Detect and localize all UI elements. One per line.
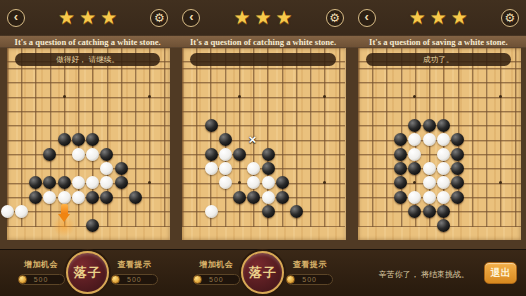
white-stone: [205, 205, 218, 218]
white-stone: [423, 133, 436, 146]
board-region: 成功了。: [351, 48, 526, 249]
black-stone: [262, 162, 275, 175]
add-chances-button[interactable]: 500: [18, 274, 65, 285]
black-stone: [129, 191, 142, 204]
black-stone: [423, 205, 436, 218]
white-stone: [86, 148, 99, 161]
black-stone: [86, 191, 99, 204]
black-stone: [437, 219, 450, 232]
back-button[interactable]: ‹: [7, 9, 25, 27]
black-stone: [451, 148, 464, 161]
coin-icon: [193, 275, 202, 284]
white-stone: [423, 191, 436, 204]
white-stone: [423, 176, 436, 189]
white-stone: [437, 191, 450, 204]
black-stone: [205, 148, 218, 161]
go-board[interactable]: [358, 48, 521, 240]
white-stone: [72, 148, 85, 161]
rating-star: ★: [409, 8, 426, 27]
black-stone: [233, 191, 246, 204]
white-stone: [1, 205, 14, 218]
rating-star: ★: [233, 8, 250, 27]
go-board[interactable]: ×: [182, 48, 345, 240]
settings-button[interactable]: ⚙: [326, 9, 344, 27]
view-hint-group: 查看提示 500: [99, 259, 169, 285]
place-stone-label: 落子: [74, 264, 102, 282]
gear-icon: ⚙: [154, 12, 165, 24]
black-stone: [262, 205, 275, 218]
gear-icon: ⚙: [329, 12, 340, 24]
rating-star: ★: [451, 8, 468, 27]
black-stone: [233, 148, 246, 161]
black-stone: [247, 191, 260, 204]
place-stone-label: 落子: [249, 264, 277, 282]
rating-star: ★: [276, 8, 293, 27]
view-hint-button[interactable]: 500: [111, 274, 158, 285]
placement-cursor-x-icon[interactable]: ×: [249, 133, 257, 146]
chevron-left-icon: ‹: [364, 10, 368, 23]
board-region: 做得好， 请继续。: [0, 48, 175, 249]
white-stone: [262, 176, 275, 189]
bottom-bar: 增加机会 500 落子 查看提示 500: [0, 249, 175, 296]
coin-icon: [18, 275, 27, 284]
black-stone: [205, 119, 218, 132]
add-chances-button[interactable]: 500: [193, 274, 240, 285]
board-region: ×: [175, 48, 350, 249]
puzzle-caption: It's a question of saving a white stone.: [351, 35, 526, 48]
view-hint-button[interactable]: 500: [286, 274, 333, 285]
rating-star: ★: [430, 8, 447, 27]
black-stone: [115, 176, 128, 189]
go-puzzle-app-screens: ‹ ★★★ ⚙ It's a question of catching a wh…: [0, 0, 526, 296]
puzzle-screen-3: ‹ ★★★ ⚙ It's a question of saving a whit…: [351, 0, 526, 296]
view-hint-label: 查看提示: [99, 259, 169, 270]
status-message: 做得好， 请继续。: [15, 53, 161, 66]
view-hint-group: 查看提示 500: [275, 259, 345, 285]
rating-star: ★: [58, 8, 75, 27]
view-hint-label: 查看提示: [275, 259, 345, 270]
white-stone: [437, 148, 450, 161]
puzzle-caption: It's a question of catching a white ston…: [175, 35, 350, 48]
bottom-bar: 辛苦你了， 将结束挑战。 退出: [351, 249, 526, 296]
black-stone: [262, 148, 275, 161]
chevron-left-icon: ‹: [14, 10, 18, 23]
back-button[interactable]: ‹: [358, 9, 376, 27]
white-stone: [437, 162, 450, 175]
black-stone: [290, 205, 303, 218]
status-message: 成功了。: [366, 53, 512, 66]
black-stone: [394, 148, 407, 161]
white-stone: [262, 191, 275, 204]
star-rating: ★★★: [409, 8, 468, 27]
black-stone: [437, 205, 450, 218]
go-board[interactable]: [7, 48, 170, 240]
chevron-left-icon: ‹: [189, 10, 193, 23]
black-stone: [394, 191, 407, 204]
coin-icon: [111, 275, 120, 284]
status-message: [190, 53, 336, 66]
black-stone: [423, 119, 436, 132]
white-stone: [219, 148, 232, 161]
black-stone: [437, 119, 450, 132]
white-stone: [219, 162, 232, 175]
star-rating: ★★★: [58, 8, 117, 27]
hint-arrow-icon: [58, 204, 71, 222]
star-rating: ★★★: [233, 8, 292, 27]
gear-icon: ⚙: [505, 12, 516, 24]
rating-star: ★: [79, 8, 96, 27]
top-bar: ‹ ★★★ ⚙: [175, 0, 350, 35]
white-stone: [72, 191, 85, 204]
white-stone: [205, 162, 218, 175]
puzzle-caption: It's a question of catching a white ston…: [0, 35, 175, 48]
puzzle-screen-1: ‹ ★★★ ⚙ It's a question of catching a wh…: [0, 0, 175, 296]
white-stone: [423, 162, 436, 175]
challenge-end-message: 辛苦你了， 将结束挑战。: [379, 269, 469, 280]
black-stone: [29, 191, 42, 204]
top-bar: ‹ ★★★ ⚙: [351, 0, 526, 35]
rating-star: ★: [254, 8, 271, 27]
back-button[interactable]: ‹: [182, 9, 200, 27]
settings-button[interactable]: ⚙: [150, 9, 168, 27]
puzzle-screen-2: ‹ ★★★ ⚙ It's a question of catching a wh…: [175, 0, 350, 296]
white-stone: [58, 191, 71, 204]
bottom-bar: 增加机会 500 落子 查看提示 500: [175, 249, 350, 296]
black-stone: [276, 191, 289, 204]
exit-button-label: 退出: [490, 266, 510, 280]
top-bar: ‹ ★★★ ⚙: [0, 0, 175, 35]
rating-star: ★: [100, 8, 117, 27]
black-stone: [86, 219, 99, 232]
black-stone: [451, 191, 464, 204]
black-stone: [115, 162, 128, 175]
settings-button[interactable]: ⚙: [501, 9, 519, 27]
exit-button[interactable]: 退出: [484, 262, 517, 284]
